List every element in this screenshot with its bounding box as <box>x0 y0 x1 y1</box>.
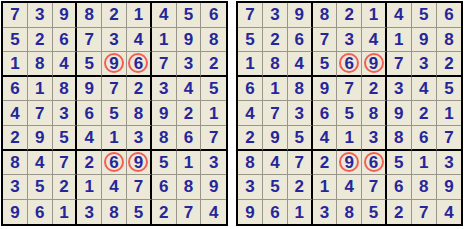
cell-r7c7: 5 <box>387 151 412 176</box>
cell-r6c9: 7 <box>437 126 462 151</box>
cell-r7c5: 6 <box>102 151 127 176</box>
cell-r7c9: 3 <box>201 151 226 176</box>
cell-r3c4: 5 <box>77 52 102 77</box>
cell-r7c5: 9 <box>337 151 362 176</box>
cell-r5c2: 7 <box>28 101 53 126</box>
cell-r4c2: 1 <box>263 77 288 102</box>
cell-r8c2: 5 <box>28 175 53 200</box>
cell-r4c6: 2 <box>362 77 387 102</box>
cell-r7c7: 5 <box>152 151 177 176</box>
cell-r9c1: 9 <box>3 200 28 225</box>
cell-r7c3: 7 <box>53 151 78 176</box>
cell-r8c8: 8 <box>412 175 437 200</box>
highlight-circle: 6 <box>128 53 148 73</box>
cell-r1c6: 1 <box>362 3 387 28</box>
cell-r6c8: 6 <box>177 126 202 151</box>
cell-r6c3: 5 <box>53 126 78 151</box>
cell-r8c9: 9 <box>437 175 462 200</box>
cell-r1c9: 6 <box>437 3 462 28</box>
cell-r8c1: 3 <box>3 175 28 200</box>
cell-r6c9: 7 <box>201 126 226 151</box>
cell-r6c8: 6 <box>412 126 437 151</box>
cell-r9c6: 5 <box>127 200 152 225</box>
cell-r9c8: 7 <box>412 200 437 225</box>
highlight-circle: 6 <box>364 152 384 172</box>
cell-r4c9: 5 <box>201 77 226 102</box>
cell-r9c5: 8 <box>102 200 127 225</box>
cell-r3c7: 7 <box>152 52 177 77</box>
cell-r5c9: 1 <box>201 101 226 126</box>
cell-r5c1: 4 <box>238 101 263 126</box>
cell-r8c3: 2 <box>53 175 78 200</box>
cell-r2c4: 7 <box>77 28 102 53</box>
cell-r7c1: 8 <box>3 151 28 176</box>
cell-r3c8: 3 <box>412 52 437 77</box>
cell-r3c1: 1 <box>238 52 263 77</box>
cell-r6c6: 3 <box>127 126 152 151</box>
cell-r6c5: 1 <box>337 126 362 151</box>
cell-r1c2: 3 <box>28 3 53 28</box>
cell-r2c8: 9 <box>412 28 437 53</box>
cell-r5c4: 6 <box>313 101 338 126</box>
cell-r5c8: 2 <box>412 101 437 126</box>
cell-r4c6: 2 <box>127 77 152 102</box>
cell-r6c4: 4 <box>77 126 102 151</box>
cell-r2c5: 3 <box>102 28 127 53</box>
cell-r5c6: 8 <box>127 101 152 126</box>
cell-r5c2: 7 <box>263 101 288 126</box>
cell-r8c9: 9 <box>201 175 226 200</box>
cell-r3c7: 7 <box>387 52 412 77</box>
cell-r1c3: 9 <box>288 3 313 28</box>
cell-r6c2: 9 <box>28 126 53 151</box>
cell-r4c1: 6 <box>238 77 263 102</box>
sudoku-board-right: 7398214565267341981845697326189723454736… <box>236 1 463 226</box>
cell-r4c2: 1 <box>28 77 53 102</box>
cell-r4c3: 8 <box>288 77 313 102</box>
cell-r2c3: 6 <box>288 28 313 53</box>
cell-r3c9: 2 <box>201 52 226 77</box>
cell-r4c7: 3 <box>152 77 177 102</box>
cell-r3c5: 9 <box>102 52 127 77</box>
cell-r9c9: 4 <box>201 200 226 225</box>
cell-r7c9: 3 <box>437 151 462 176</box>
cell-r1c1: 7 <box>238 3 263 28</box>
cell-r3c6: 9 <box>362 52 387 77</box>
cell-r7c4: 2 <box>313 151 338 176</box>
highlight-circle: 9 <box>339 152 359 172</box>
cell-r6c6: 3 <box>362 126 387 151</box>
cell-r6c2: 9 <box>263 126 288 151</box>
cell-r2c4: 7 <box>313 28 338 53</box>
cell-r1c9: 6 <box>201 3 226 28</box>
cell-r1c1: 7 <box>3 3 28 28</box>
cell-r9c8: 7 <box>177 200 202 225</box>
cell-r1c4: 8 <box>77 3 102 28</box>
cell-r8c4: 1 <box>313 175 338 200</box>
cell-r5c7: 9 <box>387 101 412 126</box>
cell-r2c5: 3 <box>337 28 362 53</box>
cell-r4c3: 8 <box>53 77 78 102</box>
cell-r3c8: 3 <box>177 52 202 77</box>
cell-r5c5: 5 <box>337 101 362 126</box>
cell-r1c7: 4 <box>387 3 412 28</box>
cell-r9c4: 3 <box>313 200 338 225</box>
cell-r3c2: 8 <box>28 52 53 77</box>
cell-r3c3: 4 <box>53 52 78 77</box>
cell-r7c6: 9 <box>127 151 152 176</box>
cell-r6c1: 2 <box>238 126 263 151</box>
cell-r2c6: 4 <box>362 28 387 53</box>
cell-r8c8: 8 <box>177 175 202 200</box>
cell-r3c6: 6 <box>127 52 152 77</box>
cell-r5c3: 3 <box>53 101 78 126</box>
cell-r2c1: 5 <box>3 28 28 53</box>
cell-r7c3: 7 <box>288 151 313 176</box>
cell-r9c1: 9 <box>238 200 263 225</box>
cell-r8c5: 4 <box>102 175 127 200</box>
cell-r5c6: 8 <box>362 101 387 126</box>
cell-r5c5: 5 <box>102 101 127 126</box>
cell-r4c7: 3 <box>387 77 412 102</box>
cell-r1c8: 5 <box>177 3 202 28</box>
cell-r1c7: 4 <box>152 3 177 28</box>
cell-r8c3: 2 <box>288 175 313 200</box>
cell-r5c8: 2 <box>177 101 202 126</box>
cell-r8c4: 1 <box>77 175 102 200</box>
cell-r9c4: 3 <box>77 200 102 225</box>
cell-r8c6: 7 <box>362 175 387 200</box>
cell-r8c7: 6 <box>387 175 412 200</box>
cell-r2c1: 5 <box>238 28 263 53</box>
cell-r2c9: 8 <box>437 28 462 53</box>
highlight-circle: 6 <box>104 152 124 172</box>
cell-r6c7: 8 <box>387 126 412 151</box>
cell-r3c5: 6 <box>337 52 362 77</box>
cell-r7c8: 1 <box>412 151 437 176</box>
cell-r7c8: 1 <box>177 151 202 176</box>
cell-r7c4: 2 <box>77 151 102 176</box>
sudoku-comparison: 7398214565267341981845967326189723454736… <box>0 0 469 227</box>
highlight-circle: 9 <box>104 53 124 73</box>
cell-r7c2: 4 <box>263 151 288 176</box>
cell-r7c2: 4 <box>28 151 53 176</box>
cell-r5c1: 4 <box>3 101 28 126</box>
cell-r2c7: 1 <box>387 28 412 53</box>
cell-r9c5: 8 <box>337 200 362 225</box>
cell-r4c4: 9 <box>77 77 102 102</box>
cell-r2c3: 6 <box>53 28 78 53</box>
cell-r4c8: 4 <box>412 77 437 102</box>
cell-r9c7: 2 <box>152 200 177 225</box>
cell-r8c7: 6 <box>152 175 177 200</box>
cell-r9c2: 6 <box>28 200 53 225</box>
cell-r5c3: 3 <box>288 101 313 126</box>
cell-r2c2: 2 <box>28 28 53 53</box>
highlight-circle: 9 <box>128 152 148 172</box>
cell-r3c2: 8 <box>263 52 288 77</box>
cell-r8c2: 5 <box>263 175 288 200</box>
cell-r6c4: 4 <box>313 126 338 151</box>
cell-r1c3: 9 <box>53 3 78 28</box>
cell-r7c1: 8 <box>238 151 263 176</box>
cell-r5c4: 6 <box>77 101 102 126</box>
cell-r1c8: 5 <box>412 3 437 28</box>
cell-r4c9: 5 <box>437 77 462 102</box>
cell-r9c2: 6 <box>263 200 288 225</box>
cell-r5c7: 9 <box>152 101 177 126</box>
cell-r6c7: 8 <box>152 126 177 151</box>
cell-r8c5: 4 <box>337 175 362 200</box>
cell-r4c4: 9 <box>313 77 338 102</box>
cell-r2c8: 9 <box>177 28 202 53</box>
highlight-circle: 6 <box>339 53 359 73</box>
cell-r2c9: 8 <box>201 28 226 53</box>
cell-r1c6: 1 <box>127 3 152 28</box>
cell-r2c7: 1 <box>152 28 177 53</box>
cell-r7c6: 6 <box>362 151 387 176</box>
cell-r3c1: 1 <box>3 52 28 77</box>
cell-r4c5: 7 <box>337 77 362 102</box>
cell-r6c3: 5 <box>288 126 313 151</box>
cell-r8c1: 3 <box>238 175 263 200</box>
cell-r4c5: 7 <box>102 77 127 102</box>
cell-r2c6: 4 <box>127 28 152 53</box>
cell-r6c1: 2 <box>3 126 28 151</box>
cell-r9c3: 1 <box>288 200 313 225</box>
cell-r1c5: 2 <box>337 3 362 28</box>
cell-r9c3: 1 <box>53 200 78 225</box>
cell-r1c2: 3 <box>263 3 288 28</box>
cell-r9c9: 4 <box>437 200 462 225</box>
cell-r2c2: 2 <box>263 28 288 53</box>
cell-r3c3: 4 <box>288 52 313 77</box>
cell-r4c1: 6 <box>3 77 28 102</box>
cell-r6c5: 1 <box>102 126 127 151</box>
cell-r1c5: 2 <box>102 3 127 28</box>
highlight-circle: 9 <box>364 53 384 73</box>
cell-r5c9: 1 <box>437 101 462 126</box>
cell-r3c9: 2 <box>437 52 462 77</box>
cell-r8c6: 7 <box>127 175 152 200</box>
sudoku-board-left: 7398214565267341981845967326189723454736… <box>1 1 228 226</box>
cell-r4c8: 4 <box>177 77 202 102</box>
cell-r9c6: 5 <box>362 200 387 225</box>
cell-r3c4: 5 <box>313 52 338 77</box>
cell-r9c7: 2 <box>387 200 412 225</box>
cell-r1c4: 8 <box>313 3 338 28</box>
